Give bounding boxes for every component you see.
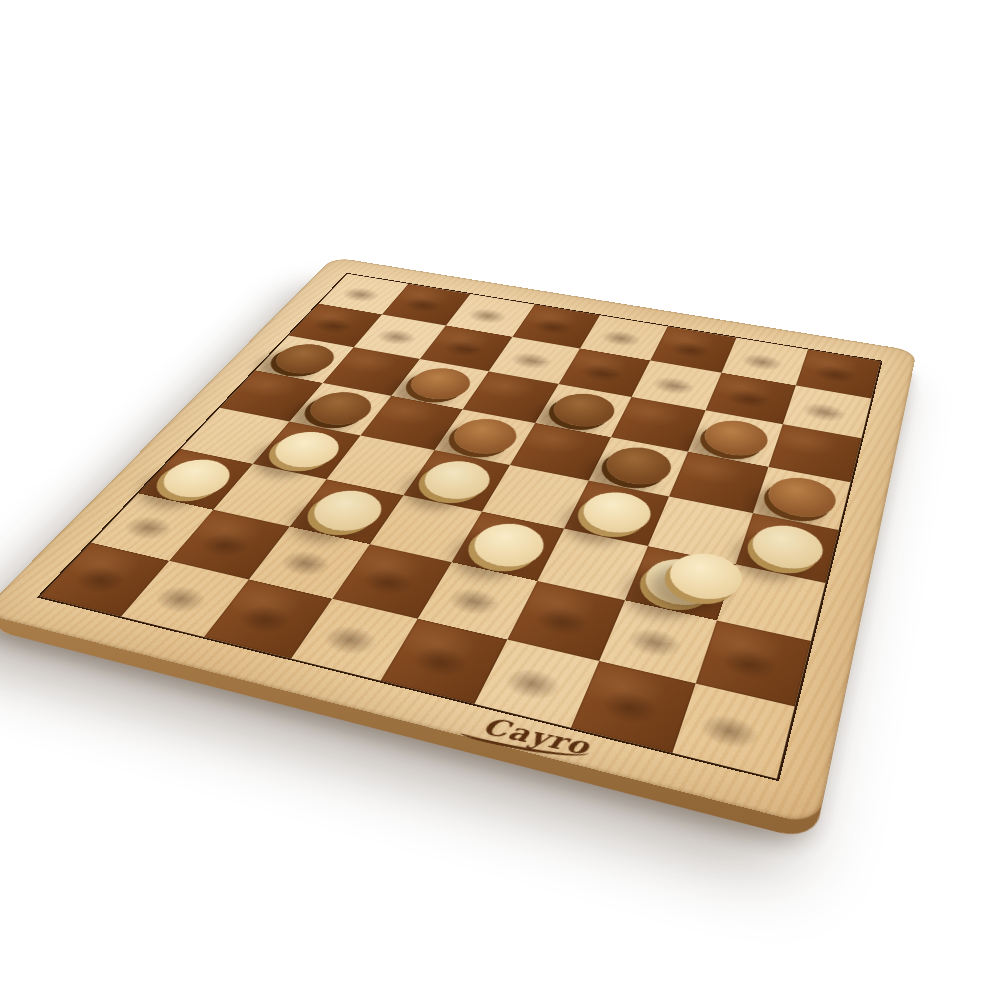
dark-checker-a6[interactable] — [266, 340, 343, 377]
board-grid: ♜♞♝♛♚♝♞♜♟♟♟♟♟♟♟♟♟♟♟♟♟♟♟♟♜♞♝♛♚♝♞♜ — [37, 273, 883, 782]
board-3d: ♜♞♝♛♚♝♞♜♟♟♟♟♟♟♟♟♟♟♟♟♟♟♟♟♜♞♝♛♚♝♞♜ Cayro — [0, 257, 917, 826]
chess-piece-glyph: ♟ — [742, 358, 912, 417]
dark-checker-d5[interactable] — [445, 415, 525, 459]
dark-checker-c6[interactable] — [402, 364, 478, 403]
dark-checker-g6[interactable] — [699, 416, 773, 460]
light-checker-f4[interactable] — [575, 487, 658, 538]
light-checker-b4[interactable] — [265, 427, 350, 472]
chess-checkers-board-photo: ♜♞♝♛♚♝♞♜♟♟♟♟♟♟♟♟♟♟♟♟♟♟♟♟♜♞♝♛♚♝♞♜ Cayro — [148, 103, 872, 827]
dark-checker-e6[interactable] — [546, 389, 621, 431]
chess-piece-glyph: ♜ — [619, 631, 848, 738]
light-checker-d4[interactable] — [415, 456, 499, 504]
dark-checker-f5[interactable] — [599, 443, 677, 490]
dark-checker-h5[interactable] — [763, 473, 840, 523]
square-h7[interactable]: ♟ — [782, 385, 871, 438]
light-checker-h4[interactable] — [747, 520, 828, 575]
square-h1[interactable]: ♜ — [672, 683, 795, 779]
